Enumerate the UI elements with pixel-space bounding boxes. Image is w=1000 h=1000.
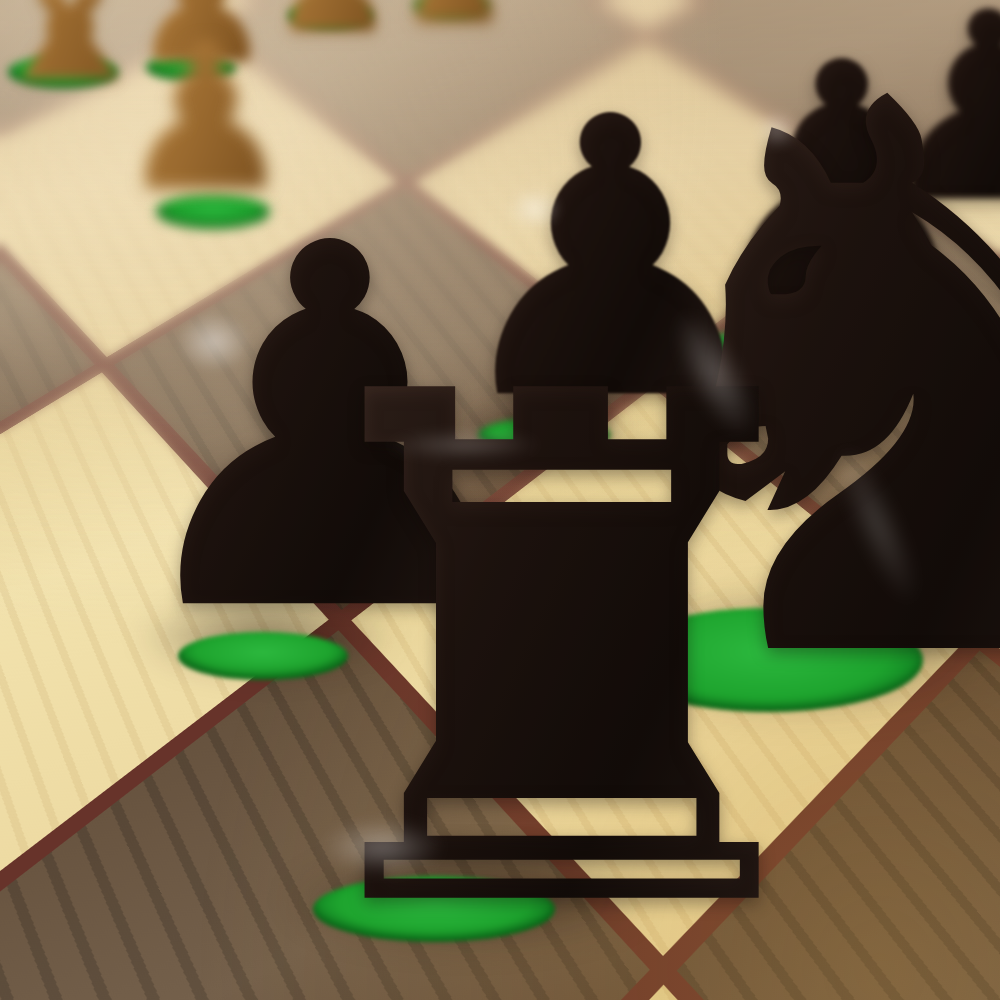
- sheen-rook-base: [316, 818, 448, 876]
- black-rook-d4: ♜: [248, 305, 876, 1000]
- sheen-pawn-e6-head: [506, 186, 564, 232]
- chessboard-photo-scene: ♝♟♟♟♟♟♟♟♟♞♟♜: [0, 0, 1000, 1000]
- sheen-rook-top: [378, 430, 550, 460]
- white-pawn-d8-blurred: ♟: [398, 0, 510, 40]
- sheen-pawn-c6-head: [174, 310, 254, 374]
- sheen-pawn-g7-head: [754, 110, 800, 150]
- pieces-layer: ♝♟♟♟♟♟♟♟♟♞♟♜: [0, 0, 1000, 1000]
